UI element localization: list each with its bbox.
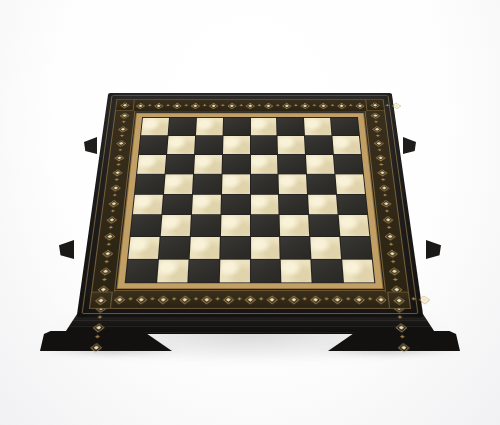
inlay-diamond-core-icon: ◆	[133, 293, 149, 305]
inlay-diamond-core-icon: ◆	[110, 168, 125, 178]
inlay-diamond-core-icon: ◆	[373, 153, 388, 162]
chess-board: ◇◆✦◇◆✦◇◆✦◇◆✦◇◆✦◇◆✦◇◆✦◇◆✦◇◆✦◇◆✦◇◆✦◇◆✦◇◆✦◇…	[77, 93, 424, 317]
inlay-diamond-core-icon: ◆	[264, 293, 280, 305]
inlay-diamond-icon: ◇◆	[134, 101, 148, 109]
inlay-diamond-core-icon: ◆	[90, 321, 107, 334]
square-e7	[250, 136, 277, 154]
square-a2	[128, 237, 159, 259]
inlay-diamond-core-icon: ◆	[106, 198, 121, 208]
inlay-diamond-icon: ◇◆	[152, 101, 166, 109]
inlay-diamond-core-icon: ◆	[380, 214, 396, 224]
inlay-diamond-icon: ◇◆	[378, 198, 393, 208]
square-c6	[194, 155, 222, 174]
square-f6	[278, 155, 306, 174]
inlay-diamond-icon: ◇◆	[108, 183, 123, 193]
square-g3	[309, 215, 339, 236]
inlay-diamond-icon: ◇◆	[351, 293, 367, 305]
inlay-diamond-icon: ◇◆	[207, 101, 220, 109]
inlay-diamond-core-icon: ◆	[118, 111, 132, 120]
inlay-corner-bottom-right: ◇◆	[387, 292, 411, 309]
square-e4	[251, 194, 279, 214]
inlay-diamond-icon: ◇◆	[375, 168, 390, 178]
square-g4	[308, 194, 337, 214]
square-g6	[306, 155, 334, 174]
square-f2	[281, 237, 311, 259]
inlay-diamond-core-icon: ◆	[170, 101, 183, 109]
square-c5	[193, 174, 221, 193]
inlay-diamond-core-icon: ◆	[416, 293, 433, 305]
inlay-diamond-icon: ◇◆	[368, 111, 382, 120]
inlay-diamond-icon: ◇◆	[102, 231, 118, 242]
inlay-diamond-icon: ◇◆	[384, 248, 400, 259]
inlay-diamond-core-icon: ◆	[386, 265, 402, 276]
inlay-diamond-core-icon: ◆	[111, 293, 128, 305]
inlay-diamond-icon: ◇◆	[373, 153, 388, 162]
square-f8	[277, 118, 304, 135]
square-c1	[188, 260, 219, 283]
square-h3	[339, 215, 370, 236]
square-e5	[250, 174, 278, 193]
inlay-diamond-core-icon: ◆	[372, 139, 386, 148]
inlay-diamond-icon: ◇◆	[244, 101, 257, 109]
inlay-diamond-core-icon: ◆	[244, 101, 257, 109]
inlay-diamond-core-icon: ◆	[375, 168, 390, 178]
inlay-diamond-icon: ◇◆	[177, 293, 193, 305]
inlay-diamond-core-icon: ◆	[207, 101, 220, 109]
inlay-diamond-core-icon: ◆	[243, 293, 258, 305]
inlay-diamond-icon: ◇◆	[391, 294, 408, 306]
square-g2	[311, 237, 342, 259]
inlay-diamond-icon: ◇◆	[393, 321, 410, 334]
inlay-diamond-icon: ◇◆	[100, 248, 116, 259]
inlay-diamond-icon: ◇◆	[382, 231, 398, 242]
inlay-diamond-icon: ◇◆	[298, 101, 311, 109]
square-e1	[251, 260, 281, 283]
inlay-diamond-core-icon: ◆	[118, 101, 132, 109]
inlay-diamond-core-icon: ◆	[286, 293, 302, 305]
inlay-diamond-icon: ◇◆	[116, 125, 130, 134]
inlay-diamond-core-icon: ◆	[100, 248, 116, 259]
square-a3	[131, 215, 162, 236]
inlay-diamond-core-icon: ◆	[221, 293, 237, 305]
inlay-diamond-core-icon: ◆	[280, 101, 293, 109]
square-b6	[165, 155, 193, 174]
inlay-diamond-icon: ◇◆	[329, 293, 345, 305]
square-c2	[189, 237, 219, 259]
square-d2	[220, 237, 250, 259]
inlay-diamond-core-icon: ◆	[378, 198, 393, 208]
inlay-diamond-icon: ◇◆	[243, 293, 258, 305]
inlay-diamond-icon: ◇◆	[368, 101, 382, 109]
square-g1	[312, 260, 343, 283]
inlay-diamond-icon: ◇◆	[395, 341, 413, 354]
inlay-diamond-core-icon: ◆	[308, 293, 324, 305]
product-photo-scene: ◇◆✦◇◆✦◇◆✦◇◆✦◇◆✦◇◆✦◇◆✦◇◆✦◇◆✦◇◆✦◇◆✦◇◆✦◇◆✦◇…	[0, 0, 500, 425]
inlay-diamond-icon: ◇◆	[225, 101, 238, 109]
inlay-diamond-icon: ◇◆	[170, 101, 183, 109]
inlay-diamond-core-icon: ◆	[155, 293, 171, 305]
square-h6	[334, 155, 363, 174]
molding-step-left-front	[59, 240, 74, 259]
inlay-diamond-icon: ◇◆	[90, 321, 107, 334]
square-e8	[250, 118, 276, 135]
inlay-diamond-icon: ◇◆	[380, 214, 396, 224]
square-a8	[141, 118, 169, 135]
inlay-diamond-core-icon: ◆	[351, 293, 367, 305]
inlay-diamond-icon: ◇◆	[155, 293, 171, 305]
square-b8	[168, 118, 195, 135]
inlay-diamond-core-icon: ◆	[116, 125, 130, 134]
molding-step-right-front	[426, 240, 441, 259]
inlay-diamond-icon: ◇◆	[372, 139, 386, 148]
inlay-diamond-icon: ◇◆	[221, 293, 237, 305]
inlay-diamond-core-icon: ◆	[391, 294, 408, 306]
inlay-corner-top-left: ◇◆	[115, 99, 135, 111]
inlay-diamond-icon: ◇◆	[111, 293, 128, 305]
square-b7	[167, 136, 195, 154]
square-h1	[342, 260, 374, 283]
inlay-diamond-core-icon: ◆	[97, 265, 113, 276]
inlay-diamond-icon: ◇◆	[87, 341, 105, 354]
inlay-diamond-icon: ◇◆	[280, 101, 293, 109]
inlay-diamond-core-icon: ◆	[112, 153, 127, 162]
inlay-diamond-core-icon: ◆	[317, 101, 330, 109]
square-b5	[164, 174, 193, 193]
inlay-diamond-core-icon: ◆	[134, 101, 148, 109]
square-f3	[280, 215, 310, 236]
square-e2	[251, 237, 281, 259]
square-c8	[196, 118, 223, 135]
inlay-diamond-core-icon: ◆	[393, 321, 410, 334]
inlay-diamond-icon: ◇◆	[133, 293, 149, 305]
inlay-diamond-core-icon: ◆	[87, 341, 105, 354]
inlay-diamond-icon: ◇◆	[286, 293, 302, 305]
inlay-diamond-core-icon: ◆	[189, 101, 202, 109]
square-h4	[337, 194, 367, 214]
square-a7	[139, 136, 167, 154]
square-g5	[307, 174, 336, 193]
square-d4	[221, 194, 249, 214]
checkerboard	[125, 117, 376, 283]
square-a4	[133, 194, 163, 214]
inlay-diamond-core-icon: ◆	[368, 111, 382, 120]
inlay-diamond-core-icon: ◆	[92, 294, 109, 306]
inlay-diamond-core-icon: ◆	[108, 183, 123, 193]
square-h8	[331, 118, 359, 135]
square-e3	[251, 215, 280, 236]
square-a1	[126, 260, 158, 283]
inlay-diamond-icon: ◇◆	[264, 293, 280, 305]
inlay-diamond-icon: ◇◆	[104, 214, 120, 224]
inlay-corner-top-right: ◇◆	[365, 99, 385, 111]
inlay-diamond-icon: ◇◆	[317, 101, 330, 109]
inlay-diamond-core-icon: ◆	[298, 101, 311, 109]
square-b3	[161, 215, 191, 236]
square-d8	[223, 118, 249, 135]
inlay-diamond-core-icon: ◆	[102, 231, 118, 242]
inlay-diamond-icon: ◇◆	[370, 125, 384, 134]
inlay-band-bottom: ◇◆✦◇◆✦◇◆✦◇◆✦◇◆✦◇◆✦◇◆✦◇◆✦◇◆✦◇◆✦◇◆✦◇◆✦◇◆✦◇…	[111, 290, 389, 309]
inlay-diamond-icon: ◇◆	[92, 294, 109, 306]
inlay-diamond-icon: ◇◆	[118, 101, 132, 109]
square-h2	[341, 237, 372, 259]
inlay-diamond-core-icon: ◆	[389, 101, 403, 109]
inlay-diamond-core-icon: ◆	[382, 231, 398, 242]
square-c4	[192, 194, 221, 214]
inlay-diamond-icon: ◇◆	[97, 265, 113, 276]
inlay-diamond-core-icon: ◆	[395, 341, 413, 354]
inlay-diamond-icon: ◇◆	[377, 183, 392, 193]
square-b4	[162, 194, 191, 214]
inlay-corner-bottom-left: ◇◆	[89, 292, 113, 309]
square-b2	[159, 237, 190, 259]
inlay-diamond-icon: ◇◆	[110, 168, 125, 178]
inlay-diamond-icon: ◇◆	[189, 101, 202, 109]
square-d6	[222, 155, 249, 174]
inlay-diamond-core-icon: ◆	[114, 139, 128, 148]
inlay-diamond-icon: ◇◆	[416, 293, 433, 305]
square-d7	[223, 136, 250, 154]
molding-step-right-back	[403, 137, 416, 154]
inlay-diamond-core-icon: ◆	[329, 293, 345, 305]
inlay-diamond-icon: ◇◆	[389, 101, 403, 109]
square-d3	[221, 215, 250, 236]
square-a5	[135, 174, 164, 193]
inlay-diamond-core-icon: ◆	[262, 101, 275, 109]
inlay-diamond-core-icon: ◆	[384, 248, 400, 259]
square-f4	[279, 194, 308, 214]
inlay-diamond-icon: ◇◆	[118, 111, 132, 120]
inlay-diamond-icon: ◇◆	[106, 198, 121, 208]
inlay-diamond-core-icon: ◆	[368, 101, 382, 109]
molding-step-left-back	[84, 137, 97, 154]
inlay-diamond-core-icon: ◆	[104, 214, 120, 224]
square-e6	[250, 155, 277, 174]
inlay-diamond-icon: ◇◆	[386, 265, 402, 276]
inlay-diamond-core-icon: ◆	[225, 101, 238, 109]
square-f7	[278, 136, 305, 154]
inlay-diamond-core-icon: ◆	[335, 101, 349, 109]
inlay-diamond-icon: ◇◆	[199, 293, 215, 305]
inlay-diamond-icon: ◇◆	[335, 101, 349, 109]
square-h7	[333, 136, 361, 154]
square-d1	[219, 260, 249, 283]
square-f5	[279, 174, 307, 193]
inlay-diamond-core-icon: ◆	[177, 293, 193, 305]
inlay-band-top: ◇◆✦◇◆✦◇◆✦◇◆✦◇◆✦◇◆✦◇◆✦◇◆✦◇◆✦◇◆✦◇◆✦◇◆✦◇◆✦◇…	[133, 99, 366, 112]
square-g8	[304, 118, 331, 135]
square-d5	[222, 174, 250, 193]
inlay-diamond-core-icon: ◆	[199, 293, 215, 305]
square-g7	[305, 136, 333, 154]
square-c3	[191, 215, 221, 236]
inlay-diamond-core-icon: ◆	[152, 101, 166, 109]
square-h5	[336, 174, 365, 193]
square-a6	[137, 155, 166, 174]
inlay-diamond-core-icon: ◆	[377, 183, 392, 193]
inlay-diamond-icon: ◇◆	[114, 139, 128, 148]
square-c7	[195, 136, 222, 154]
inlay-diamond-core-icon: ◆	[370, 125, 384, 134]
square-b1	[157, 260, 188, 283]
square-f1	[281, 260, 312, 283]
inlay-diamond-icon: ◇◆	[112, 153, 127, 162]
inlay-diamond-icon: ◇◆	[262, 101, 275, 109]
inlay-diamond-icon: ◇◆	[308, 293, 324, 305]
